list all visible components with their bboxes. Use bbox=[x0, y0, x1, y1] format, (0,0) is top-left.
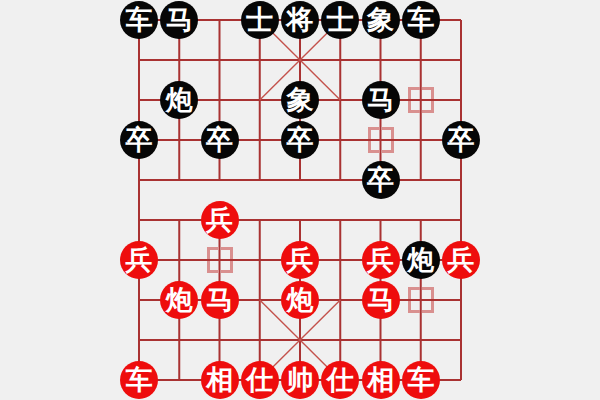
piece-black-general[interactable]: 将 bbox=[281, 1, 319, 39]
piece-red-cannon[interactable]: 炮 bbox=[160, 281, 198, 319]
last-move-marker bbox=[207, 247, 233, 273]
xiangqi-board[interactable]: 车马士将士象车炮象马卒卒卒卒卒兵兵兵兵炮兵炮马炮马车相仕帅仕相车 bbox=[139, 20, 461, 380]
piece-red-soldier[interactable]: 兵 bbox=[442, 241, 480, 279]
piece-black-soldier[interactable]: 卒 bbox=[281, 121, 319, 159]
piece-black-cannon[interactable]: 炮 bbox=[160, 81, 198, 119]
last-move-marker bbox=[408, 287, 434, 313]
piece-black-advisor[interactable]: 士 bbox=[241, 1, 279, 39]
piece-black-chariot[interactable]: 车 bbox=[120, 1, 158, 39]
piece-red-horse[interactable]: 马 bbox=[201, 281, 239, 319]
piece-red-advisor[interactable]: 仕 bbox=[321, 361, 359, 399]
piece-red-general[interactable]: 帅 bbox=[281, 361, 319, 399]
piece-red-chariot[interactable]: 车 bbox=[402, 361, 440, 399]
piece-black-soldier[interactable]: 卒 bbox=[362, 161, 400, 199]
piece-black-soldier[interactable]: 卒 bbox=[120, 121, 158, 159]
last-move-marker bbox=[368, 127, 394, 153]
board-grid bbox=[139, 20, 461, 380]
piece-red-elephant[interactable]: 相 bbox=[362, 361, 400, 399]
piece-black-soldier[interactable]: 卒 bbox=[201, 121, 239, 159]
piece-black-advisor[interactable]: 士 bbox=[321, 1, 359, 39]
piece-red-soldier[interactable]: 兵 bbox=[362, 241, 400, 279]
piece-black-elephant[interactable]: 象 bbox=[281, 81, 319, 119]
piece-red-advisor[interactable]: 仕 bbox=[241, 361, 279, 399]
piece-red-soldier[interactable]: 兵 bbox=[120, 241, 158, 279]
piece-black-horse[interactable]: 马 bbox=[362, 81, 400, 119]
piece-red-horse[interactable]: 马 bbox=[362, 281, 400, 319]
piece-red-soldier[interactable]: 兵 bbox=[201, 201, 239, 239]
piece-black-elephant[interactable]: 象 bbox=[362, 1, 400, 39]
piece-red-soldier[interactable]: 兵 bbox=[281, 241, 319, 279]
piece-black-soldier[interactable]: 卒 bbox=[442, 121, 480, 159]
piece-black-horse[interactable]: 马 bbox=[160, 1, 198, 39]
piece-red-cannon[interactable]: 炮 bbox=[281, 281, 319, 319]
piece-red-elephant[interactable]: 相 bbox=[201, 361, 239, 399]
piece-black-chariot[interactable]: 车 bbox=[402, 1, 440, 39]
piece-red-chariot[interactable]: 车 bbox=[120, 361, 158, 399]
piece-black-cannon[interactable]: 炮 bbox=[402, 241, 440, 279]
last-move-marker bbox=[408, 87, 434, 113]
